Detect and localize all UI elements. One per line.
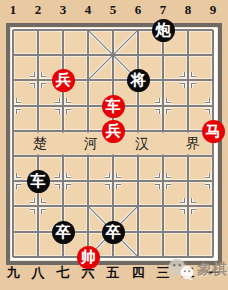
piece-black-chariot[interactable]: 车 [27, 170, 50, 193]
file-label-bottom-5: 五 [101, 265, 125, 281]
file-label-top-1: 1 [1, 2, 25, 18]
file-label-bottom-6: 四 [126, 265, 150, 281]
file-label-top-6: 6 [126, 2, 150, 18]
watermark-text: 象棋 [197, 260, 227, 279]
piece-black-soldier[interactable]: 卒 [102, 221, 125, 244]
file-label-top-5: 5 [101, 2, 125, 18]
piece-red-general[interactable]: 帅 [77, 246, 100, 269]
file-label-top-3: 3 [51, 2, 75, 18]
piece-black-cannon[interactable]: 炮 [152, 19, 175, 42]
river-char: 楚 [30, 135, 50, 153]
river-char: 河 [81, 135, 101, 153]
watermark: 象棋 [166, 256, 227, 282]
piece-red-horse[interactable]: 马 [202, 120, 225, 143]
xiangqi-board: 123456789 楚河汉界 炮兵将车兵马车卒卒帅 九八七六五四三二一 象棋 [0, 0, 228, 290]
wechat-icon [166, 256, 196, 282]
file-label-bottom-3: 七 [51, 265, 75, 281]
file-label-top-9: 9 [201, 2, 225, 18]
file-label-top-7: 7 [151, 2, 175, 18]
river-char: 界 [183, 135, 203, 153]
river-char: 汉 [132, 135, 152, 153]
piece-black-soldier[interactable]: 卒 [52, 221, 75, 244]
piece-red-soldier[interactable]: 兵 [102, 120, 125, 143]
file-label-bottom-2: 八 [26, 265, 50, 281]
piece-black-general[interactable]: 将 [127, 69, 150, 92]
file-label-top-2: 2 [26, 2, 50, 18]
file-label-top-4: 4 [76, 2, 100, 18]
file-label-bottom-1: 九 [1, 265, 25, 281]
piece-red-chariot[interactable]: 车 [102, 95, 125, 118]
piece-red-soldier[interactable]: 兵 [52, 69, 75, 92]
file-label-top-8: 8 [176, 2, 200, 18]
